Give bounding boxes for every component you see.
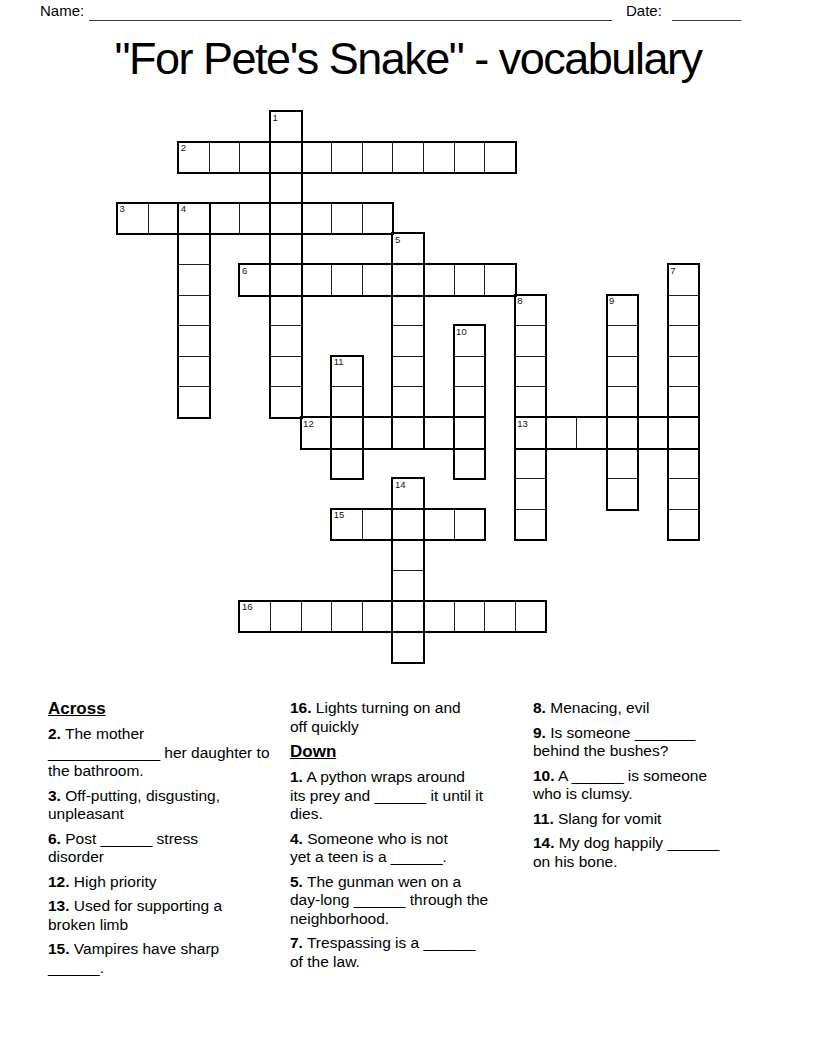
clue-number: 10. xyxy=(533,767,555,784)
clue-text: Post ______ stress disorder xyxy=(48,830,198,866)
grid-cell-r8c18[interactable] xyxy=(668,356,700,388)
clue-down-1: 1. A python wraps around its prey and __… xyxy=(290,768,535,824)
grid-cell-r13c11[interactable] xyxy=(454,509,486,541)
clue-across-3: 3. Off-putting, disgusting, unpleasant xyxy=(48,787,286,824)
grid-cell-r2c5[interactable] xyxy=(270,172,302,204)
grid-cell-r5c6[interactable] xyxy=(301,264,333,296)
clue-number: 15. xyxy=(48,940,70,957)
clue-text: Off-putting, disgusting, unpleasant xyxy=(48,787,220,823)
grid-cell-r3c7[interactable] xyxy=(331,203,363,235)
clue-text: Someone who is not yet a teen is a _____… xyxy=(290,830,448,866)
grid-cell-r7c11[interactable] xyxy=(454,325,486,357)
grid-cell-r0c5[interactable] xyxy=(270,111,302,143)
grid-cell-r10c10[interactable] xyxy=(423,417,455,449)
grid-cell-r3c8[interactable] xyxy=(362,203,394,235)
grid-cell-r12c13[interactable] xyxy=(515,478,547,510)
grid-cell-r7c16[interactable] xyxy=(607,325,639,357)
grid-cell-r11c11[interactable] xyxy=(454,448,486,480)
grid-cell-r16c5[interactable] xyxy=(270,601,302,633)
grid-cell-r1c9[interactable] xyxy=(392,142,424,174)
clue-down-14: 14. My dog happily ______ on his bone. xyxy=(533,834,785,871)
grid-cell-r1c2[interactable] xyxy=(178,142,210,174)
grid-cell-r10c18[interactable] xyxy=(668,417,700,449)
clue-text: Is someone _______ behind the bushes? xyxy=(533,724,695,760)
grid-cell-r9c7[interactable] xyxy=(331,386,363,418)
grid-cell-r10c14[interactable] xyxy=(545,417,577,449)
grid-cell-r13c10[interactable] xyxy=(423,509,455,541)
clue-text: The gunman wen on a day-long ______ thro… xyxy=(290,873,488,927)
clues-column-2: 16. Lights turning on and off quickly Do… xyxy=(290,699,535,977)
grid-cell-r1c7[interactable] xyxy=(331,142,363,174)
grid-cell-r7c18[interactable] xyxy=(668,325,700,357)
grid-cell-r10c17[interactable] xyxy=(637,417,669,449)
grid-cell-r9c5[interactable] xyxy=(270,386,302,418)
grid-cell-r3c0[interactable] xyxy=(117,203,149,235)
grid-cell-r8c7[interactable] xyxy=(331,356,363,388)
grid-cell-r1c6[interactable] xyxy=(301,142,333,174)
grid-cell-r12c16[interactable] xyxy=(607,478,639,510)
clue-number: 13. xyxy=(48,897,70,914)
grid-cell-r1c11[interactable] xyxy=(454,142,486,174)
grid-cell-r5c11[interactable] xyxy=(454,264,486,296)
clue-text: Used for supporting a broken limb xyxy=(48,897,222,933)
clue-number: 11. xyxy=(533,810,554,827)
clue-down-5: 5. The gunman wen on a day-long ______ t… xyxy=(290,873,535,929)
grid-cell-r4c9[interactable] xyxy=(392,233,424,265)
clue-number: 9. xyxy=(533,724,546,741)
grid-cell-r1c5[interactable] xyxy=(270,142,302,174)
clue-text: Menacing, evil xyxy=(546,699,649,716)
grid-cell-r8c2[interactable] xyxy=(178,356,210,388)
clue-number: 1. xyxy=(290,768,303,785)
grid-cell-r3c6[interactable] xyxy=(301,203,333,235)
clue-across-16: 16. Lights turning on and off quickly xyxy=(290,699,535,736)
clue-number: 12. xyxy=(48,873,70,890)
grid-cell-r6c13[interactable] xyxy=(515,295,547,327)
clues-column-3: 8. Menacing, evil9. Is someone _______ b… xyxy=(533,699,785,877)
grid-cell-r6c9[interactable] xyxy=(392,295,424,327)
grid-cell-r1c12[interactable] xyxy=(484,142,516,174)
grid-cell-r5c10[interactable] xyxy=(423,264,455,296)
clue-text: Trespassing is a ______ of the law. xyxy=(290,934,475,970)
grid-cell-r4c2[interactable] xyxy=(178,233,210,265)
across-header: Across xyxy=(48,699,286,719)
clue-text: A python wraps around its prey and _____… xyxy=(290,768,483,822)
grid-cell-r13c7[interactable] xyxy=(331,509,363,541)
clue-down-8: 8. Menacing, evil xyxy=(533,699,785,718)
date-blank-line xyxy=(672,6,741,21)
grid-cell-r10c16[interactable] xyxy=(607,417,639,449)
grid-cell-r16c13[interactable] xyxy=(515,601,547,633)
down-header: Down xyxy=(290,742,535,762)
grid-cell-r5c8[interactable] xyxy=(362,264,394,296)
grid-cell-r5c5[interactable] xyxy=(270,264,302,296)
grid-cell-r9c13[interactable] xyxy=(515,386,547,418)
grid-cell-r16c4[interactable] xyxy=(239,601,271,633)
grid-cell-r7c5[interactable] xyxy=(270,325,302,357)
grid-cell-r11c7[interactable] xyxy=(331,448,363,480)
down-clues-list-1: 1. A python wraps around its prey and __… xyxy=(290,768,535,971)
grid-cell-r3c1[interactable] xyxy=(148,203,180,235)
grid-cell-r5c18[interactable] xyxy=(668,264,700,296)
clue-across-15: 15. Vampires have sharp ______. xyxy=(48,940,286,977)
grid-cell-r16c12[interactable] xyxy=(484,601,516,633)
grid-cell-r16c11[interactable] xyxy=(454,601,486,633)
down-clues-list-2: 8. Menacing, evil9. Is someone _______ b… xyxy=(533,699,785,871)
grid-cell-r9c9[interactable] xyxy=(392,386,424,418)
grid-cell-r13c13[interactable] xyxy=(515,509,547,541)
grid-cell-r4c5[interactable] xyxy=(270,233,302,265)
clue-number: 3. xyxy=(48,787,61,804)
clue-number: 4. xyxy=(290,830,303,847)
grid-cell-r9c18[interactable] xyxy=(668,386,700,418)
clue-across-13: 13. Used for supporting a broken limb xyxy=(48,897,286,934)
grid-cell-r3c3[interactable] xyxy=(209,203,241,235)
grid-cell-r16c9[interactable] xyxy=(392,601,424,633)
grid-cell-r9c2[interactable] xyxy=(178,386,210,418)
grid-cell-r9c16[interactable] xyxy=(607,386,639,418)
grid-cell-r10c8[interactable] xyxy=(362,417,394,449)
clue-down-10: 10. A ______ is someone who is clumsy. xyxy=(533,767,785,804)
grid-cell-r6c18[interactable] xyxy=(668,295,700,327)
across-clues-list-1: 2. The mother _____________ her daughter… xyxy=(48,725,286,977)
clue-down-4: 4. Someone who is not yet a teen is a __… xyxy=(290,830,535,867)
grid-cell-r8c5[interactable] xyxy=(270,356,302,388)
grid-cell-r13c18[interactable] xyxy=(668,509,700,541)
grid-cell-r5c2[interactable] xyxy=(178,264,210,296)
grid-cell-r6c16[interactable] xyxy=(607,295,639,327)
grid-cell-r1c3[interactable] xyxy=(209,142,241,174)
clue-text: Slang for vomit xyxy=(554,810,662,827)
clue-down-11: 11. Slang for vomit xyxy=(533,810,785,829)
grid-cell-r7c9[interactable] xyxy=(392,325,424,357)
grid-cell-r16c10[interactable] xyxy=(423,601,455,633)
grid-cell-r8c11[interactable] xyxy=(454,356,486,388)
grid-cell-r10c6[interactable] xyxy=(301,417,333,449)
grid-cell-r16c7[interactable] xyxy=(331,601,363,633)
grid-cell-r1c4[interactable] xyxy=(239,142,271,174)
grid-cell-r10c7[interactable] xyxy=(331,417,363,449)
grid-cell-r1c10[interactable] xyxy=(423,142,455,174)
grid-cell-r10c11[interactable] xyxy=(454,417,486,449)
clue-number: 5. xyxy=(290,873,303,890)
grid-cell-r14c9[interactable] xyxy=(392,539,424,571)
clue-text: Vampires have sharp ______. xyxy=(48,940,219,976)
clue-text: Lights turning on and off quickly xyxy=(290,699,461,735)
clue-number: 16. xyxy=(290,699,312,716)
grid-cell-r5c9[interactable] xyxy=(392,264,424,296)
clue-number: 8. xyxy=(533,699,546,716)
grid-cell-r5c12[interactable] xyxy=(484,264,516,296)
grid-cell-r7c2[interactable] xyxy=(178,325,210,357)
grid-cell-r8c9[interactable] xyxy=(392,356,424,388)
crossword-grid: 12345678139101112141516 xyxy=(117,111,699,663)
grid-cell-r10c13[interactable] xyxy=(515,417,547,449)
clue-text: A ______ is someone who is clumsy. xyxy=(533,767,707,803)
grid-cell-r6c5[interactable] xyxy=(270,295,302,327)
grid-cell-r8c16[interactable] xyxy=(607,356,639,388)
across-clues-list-2: 16. Lights turning on and off quickly xyxy=(290,699,535,736)
clue-number: 6. xyxy=(48,830,61,847)
grid-cell-r8c13[interactable] xyxy=(515,356,547,388)
grid-cell-r12c18[interactable] xyxy=(668,478,700,510)
grid-cell-r10c15[interactable] xyxy=(576,417,608,449)
clue-number: 14. xyxy=(533,834,555,851)
grid-cell-r5c4[interactable] xyxy=(239,264,271,296)
clues-column-1: Across 2. The mother _____________ her d… xyxy=(48,699,286,983)
clue-text: My dog happily ______ on his bone. xyxy=(533,834,719,870)
clue-down-9: 9. Is someone _______ behind the bushes? xyxy=(533,724,785,761)
clue-across-6: 6. Post ______ stress disorder xyxy=(48,830,286,867)
name-label: Name: xyxy=(40,2,84,19)
grid-cell-r5c7[interactable] xyxy=(331,264,363,296)
grid-cell-r7c13[interactable] xyxy=(515,325,547,357)
grid-cell-r16c8[interactable] xyxy=(362,601,394,633)
grid-cell-r3c4[interactable] xyxy=(239,203,271,235)
grid-cell-r11c18[interactable] xyxy=(668,448,700,480)
grid-cell-r17c9[interactable] xyxy=(392,631,424,663)
clue-down-7: 7. Trespassing is a ______ of the law. xyxy=(290,934,535,971)
clue-text: The mother _____________ her daughter to… xyxy=(48,725,270,779)
grid-cell-r9c11[interactable] xyxy=(454,386,486,418)
grid-cell-r1c8[interactable] xyxy=(362,142,394,174)
clue-number: 7. xyxy=(290,934,303,951)
grid-cell-r13c8[interactable] xyxy=(362,509,394,541)
date-label: Date: xyxy=(626,2,662,19)
grid-cell-r3c5[interactable] xyxy=(270,203,302,235)
grid-cell-r11c16[interactable] xyxy=(607,448,639,480)
grid-cell-r3c2[interactable] xyxy=(178,203,210,235)
name-blank-line xyxy=(89,6,612,21)
clue-across-2: 2. The mother _____________ her daughter… xyxy=(48,725,286,781)
clue-across-12: 12. High priority xyxy=(48,873,286,892)
grid-cell-r13c9[interactable] xyxy=(392,509,424,541)
grid-cell-r11c13[interactable] xyxy=(515,448,547,480)
grid-cell-r6c2[interactable] xyxy=(178,295,210,327)
grid-cell-r12c9[interactable] xyxy=(392,478,424,510)
grid-cell-r15c9[interactable] xyxy=(392,570,424,602)
grid-cell-r10c9[interactable] xyxy=(392,417,424,449)
grid-cell-r16c6[interactable] xyxy=(301,601,333,633)
page-title: "For Pete's Snake" - vocabulary xyxy=(0,33,816,85)
clue-text: High priority xyxy=(70,873,157,890)
clue-number: 2. xyxy=(48,725,61,742)
